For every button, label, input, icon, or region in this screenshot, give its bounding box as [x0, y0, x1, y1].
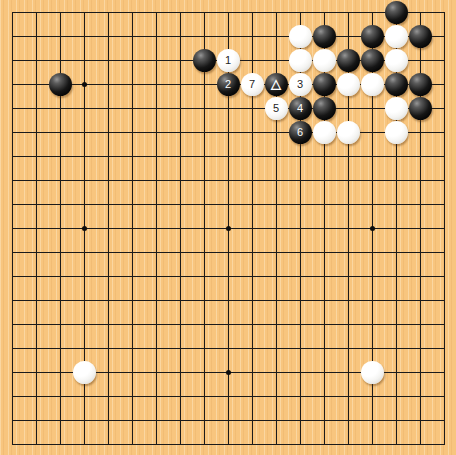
- stone-black-P17[interactable]: [337, 49, 360, 72]
- stone-black-M16[interactable]: △: [265, 73, 288, 96]
- point-M19[interactable]: [264, 0, 288, 24]
- point-T7[interactable]: [432, 288, 456, 312]
- point-E19[interactable]: [96, 0, 120, 24]
- point-E10[interactable]: [96, 216, 120, 240]
- point-O12[interactable]: [312, 168, 336, 192]
- point-J4[interactable]: [192, 360, 216, 384]
- point-R16[interactable]: [384, 72, 408, 96]
- point-Q8[interactable]: [360, 264, 384, 288]
- point-A1[interactable]: [0, 432, 24, 455]
- point-N6[interactable]: [288, 312, 312, 336]
- point-D9[interactable]: [72, 240, 96, 264]
- point-K8[interactable]: [216, 264, 240, 288]
- point-M2[interactable]: [264, 408, 288, 432]
- point-L1[interactable]: [240, 432, 264, 455]
- stone-black-O18[interactable]: [313, 25, 336, 48]
- point-E5[interactable]: [96, 336, 120, 360]
- point-D8[interactable]: [72, 264, 96, 288]
- point-F17[interactable]: [120, 48, 144, 72]
- point-T5[interactable]: [432, 336, 456, 360]
- point-O5[interactable]: [312, 336, 336, 360]
- point-A15[interactable]: [0, 96, 24, 120]
- point-B4[interactable]: [24, 360, 48, 384]
- point-T10[interactable]: [432, 216, 456, 240]
- point-T18[interactable]: [432, 24, 456, 48]
- point-T2[interactable]: [432, 408, 456, 432]
- point-L17[interactable]: [240, 48, 264, 72]
- point-Q1[interactable]: [360, 432, 384, 455]
- point-P17[interactable]: [336, 48, 360, 72]
- point-E12[interactable]: [96, 168, 120, 192]
- point-J16[interactable]: [192, 72, 216, 96]
- point-N12[interactable]: [288, 168, 312, 192]
- point-F11[interactable]: [120, 192, 144, 216]
- point-A13[interactable]: [0, 144, 24, 168]
- point-S10[interactable]: [408, 216, 432, 240]
- point-J14[interactable]: [192, 120, 216, 144]
- point-M15[interactable]: 5: [264, 96, 288, 120]
- point-D1[interactable]: [72, 432, 96, 455]
- point-F14[interactable]: [120, 120, 144, 144]
- point-K2[interactable]: [216, 408, 240, 432]
- point-Q11[interactable]: [360, 192, 384, 216]
- point-H19[interactable]: [168, 0, 192, 24]
- point-T4[interactable]: [432, 360, 456, 384]
- point-M18[interactable]: [264, 24, 288, 48]
- point-E11[interactable]: [96, 192, 120, 216]
- point-M14[interactable]: [264, 120, 288, 144]
- point-N16[interactable]: 3: [288, 72, 312, 96]
- point-S9[interactable]: [408, 240, 432, 264]
- point-J19[interactable]: [192, 0, 216, 24]
- point-L2[interactable]: [240, 408, 264, 432]
- point-L10[interactable]: [240, 216, 264, 240]
- point-G1[interactable]: [144, 432, 168, 455]
- point-L13[interactable]: [240, 144, 264, 168]
- stone-white-N16[interactable]: 3: [289, 73, 312, 96]
- stone-white-O17[interactable]: [313, 49, 336, 72]
- point-R5[interactable]: [384, 336, 408, 360]
- point-R17[interactable]: [384, 48, 408, 72]
- point-H16[interactable]: [168, 72, 192, 96]
- point-M12[interactable]: [264, 168, 288, 192]
- point-E7[interactable]: [96, 288, 120, 312]
- point-F4[interactable]: [120, 360, 144, 384]
- point-P16[interactable]: [336, 72, 360, 96]
- point-J7[interactable]: [192, 288, 216, 312]
- point-F18[interactable]: [120, 24, 144, 48]
- point-H8[interactable]: [168, 264, 192, 288]
- point-R8[interactable]: [384, 264, 408, 288]
- point-A14[interactable]: [0, 120, 24, 144]
- point-G9[interactable]: [144, 240, 168, 264]
- point-D2[interactable]: [72, 408, 96, 432]
- point-D3[interactable]: [72, 384, 96, 408]
- point-T3[interactable]: [432, 384, 456, 408]
- point-N15[interactable]: 4: [288, 96, 312, 120]
- point-D12[interactable]: [72, 168, 96, 192]
- point-E9[interactable]: [96, 240, 120, 264]
- point-Q17[interactable]: [360, 48, 384, 72]
- point-P12[interactable]: [336, 168, 360, 192]
- point-L3[interactable]: [240, 384, 264, 408]
- point-G18[interactable]: [144, 24, 168, 48]
- point-N1[interactable]: [288, 432, 312, 455]
- point-F6[interactable]: [120, 312, 144, 336]
- point-M13[interactable]: [264, 144, 288, 168]
- point-C9[interactable]: [48, 240, 72, 264]
- point-P11[interactable]: [336, 192, 360, 216]
- point-R2[interactable]: [384, 408, 408, 432]
- point-C18[interactable]: [48, 24, 72, 48]
- point-Q7[interactable]: [360, 288, 384, 312]
- point-B8[interactable]: [24, 264, 48, 288]
- point-M16[interactable]: △: [264, 72, 288, 96]
- stone-white-N17[interactable]: [289, 49, 312, 72]
- point-T1[interactable]: [432, 432, 456, 455]
- point-P6[interactable]: [336, 312, 360, 336]
- point-K7[interactable]: [216, 288, 240, 312]
- point-A17[interactable]: [0, 48, 24, 72]
- point-C6[interactable]: [48, 312, 72, 336]
- point-Q14[interactable]: [360, 120, 384, 144]
- point-N19[interactable]: [288, 0, 312, 24]
- point-Q10[interactable]: [360, 216, 384, 240]
- point-T9[interactable]: [432, 240, 456, 264]
- point-O14[interactable]: [312, 120, 336, 144]
- point-S11[interactable]: [408, 192, 432, 216]
- stone-black-R19[interactable]: [385, 1, 408, 24]
- stone-white-R14[interactable]: [385, 121, 408, 144]
- point-S5[interactable]: [408, 336, 432, 360]
- point-B7[interactable]: [24, 288, 48, 312]
- stone-white-L16[interactable]: 7: [241, 73, 264, 96]
- point-B19[interactable]: [24, 0, 48, 24]
- point-O10[interactable]: [312, 216, 336, 240]
- point-G19[interactable]: [144, 0, 168, 24]
- point-B16[interactable]: [24, 72, 48, 96]
- point-N2[interactable]: [288, 408, 312, 432]
- point-E15[interactable]: [96, 96, 120, 120]
- point-J18[interactable]: [192, 24, 216, 48]
- point-E17[interactable]: [96, 48, 120, 72]
- point-K16[interactable]: 2: [216, 72, 240, 96]
- stone-black-N15[interactable]: 4: [289, 97, 312, 120]
- point-O9[interactable]: [312, 240, 336, 264]
- point-L9[interactable]: [240, 240, 264, 264]
- point-R11[interactable]: [384, 192, 408, 216]
- point-Q3[interactable]: [360, 384, 384, 408]
- point-Q12[interactable]: [360, 168, 384, 192]
- stone-black-S18[interactable]: [409, 25, 432, 48]
- point-Q2[interactable]: [360, 408, 384, 432]
- point-F10[interactable]: [120, 216, 144, 240]
- point-T12[interactable]: [432, 168, 456, 192]
- point-P8[interactable]: [336, 264, 360, 288]
- point-Q4[interactable]: [360, 360, 384, 384]
- point-S7[interactable]: [408, 288, 432, 312]
- point-R4[interactable]: [384, 360, 408, 384]
- stone-white-K17[interactable]: 1: [217, 49, 240, 72]
- point-O7[interactable]: [312, 288, 336, 312]
- point-H3[interactable]: [168, 384, 192, 408]
- point-C2[interactable]: [48, 408, 72, 432]
- point-S15[interactable]: [408, 96, 432, 120]
- point-D17[interactable]: [72, 48, 96, 72]
- point-T16[interactable]: [432, 72, 456, 96]
- point-S16[interactable]: [408, 72, 432, 96]
- point-N13[interactable]: [288, 144, 312, 168]
- point-B18[interactable]: [24, 24, 48, 48]
- point-B10[interactable]: [24, 216, 48, 240]
- point-C16[interactable]: [48, 72, 72, 96]
- point-H13[interactable]: [168, 144, 192, 168]
- point-M7[interactable]: [264, 288, 288, 312]
- point-A2[interactable]: [0, 408, 24, 432]
- point-F3[interactable]: [120, 384, 144, 408]
- point-R18[interactable]: [384, 24, 408, 48]
- stone-white-R18[interactable]: [385, 25, 408, 48]
- point-N17[interactable]: [288, 48, 312, 72]
- point-C7[interactable]: [48, 288, 72, 312]
- point-C10[interactable]: [48, 216, 72, 240]
- point-D18[interactable]: [72, 24, 96, 48]
- point-P18[interactable]: [336, 24, 360, 48]
- point-S14[interactable]: [408, 120, 432, 144]
- point-N3[interactable]: [288, 384, 312, 408]
- point-C11[interactable]: [48, 192, 72, 216]
- point-O6[interactable]: [312, 312, 336, 336]
- point-Q13[interactable]: [360, 144, 384, 168]
- point-K3[interactable]: [216, 384, 240, 408]
- point-B3[interactable]: [24, 384, 48, 408]
- point-O17[interactable]: [312, 48, 336, 72]
- point-N18[interactable]: [288, 24, 312, 48]
- point-L7[interactable]: [240, 288, 264, 312]
- point-Q6[interactable]: [360, 312, 384, 336]
- point-C1[interactable]: [48, 432, 72, 455]
- point-S19[interactable]: [408, 0, 432, 24]
- point-L16[interactable]: 7: [240, 72, 264, 96]
- stone-white-D4[interactable]: [73, 361, 96, 384]
- point-T8[interactable]: [432, 264, 456, 288]
- point-A4[interactable]: [0, 360, 24, 384]
- point-A7[interactable]: [0, 288, 24, 312]
- point-L8[interactable]: [240, 264, 264, 288]
- point-H2[interactable]: [168, 408, 192, 432]
- point-J2[interactable]: [192, 408, 216, 432]
- point-T11[interactable]: [432, 192, 456, 216]
- point-R9[interactable]: [384, 240, 408, 264]
- point-F2[interactable]: [120, 408, 144, 432]
- point-K19[interactable]: [216, 0, 240, 24]
- point-J11[interactable]: [192, 192, 216, 216]
- point-H18[interactable]: [168, 24, 192, 48]
- stone-black-O15[interactable]: [313, 97, 336, 120]
- point-S3[interactable]: [408, 384, 432, 408]
- point-E18[interactable]: [96, 24, 120, 48]
- point-G7[interactable]: [144, 288, 168, 312]
- point-H5[interactable]: [168, 336, 192, 360]
- point-L14[interactable]: [240, 120, 264, 144]
- point-S6[interactable]: [408, 312, 432, 336]
- point-E2[interactable]: [96, 408, 120, 432]
- stone-black-Q18[interactable]: [361, 25, 384, 48]
- stone-white-Q4[interactable]: [361, 361, 384, 384]
- point-E4[interactable]: [96, 360, 120, 384]
- point-Q15[interactable]: [360, 96, 384, 120]
- point-F8[interactable]: [120, 264, 144, 288]
- point-S8[interactable]: [408, 264, 432, 288]
- point-M1[interactable]: [264, 432, 288, 455]
- point-R1[interactable]: [384, 432, 408, 455]
- point-O19[interactable]: [312, 0, 336, 24]
- stone-white-Q16[interactable]: [361, 73, 384, 96]
- point-S1[interactable]: [408, 432, 432, 455]
- stone-black-R16[interactable]: [385, 73, 408, 96]
- point-F9[interactable]: [120, 240, 144, 264]
- point-K9[interactable]: [216, 240, 240, 264]
- point-G16[interactable]: [144, 72, 168, 96]
- point-D13[interactable]: [72, 144, 96, 168]
- point-G5[interactable]: [144, 336, 168, 360]
- point-M11[interactable]: [264, 192, 288, 216]
- point-N14[interactable]: 6: [288, 120, 312, 144]
- point-M9[interactable]: [264, 240, 288, 264]
- point-A18[interactable]: [0, 24, 24, 48]
- point-O11[interactable]: [312, 192, 336, 216]
- point-R7[interactable]: [384, 288, 408, 312]
- point-L15[interactable]: [240, 96, 264, 120]
- stone-white-R17[interactable]: [385, 49, 408, 72]
- point-N5[interactable]: [288, 336, 312, 360]
- point-R13[interactable]: [384, 144, 408, 168]
- point-L11[interactable]: [240, 192, 264, 216]
- point-K6[interactable]: [216, 312, 240, 336]
- point-M8[interactable]: [264, 264, 288, 288]
- point-A11[interactable]: [0, 192, 24, 216]
- point-J9[interactable]: [192, 240, 216, 264]
- point-T17[interactable]: [432, 48, 456, 72]
- point-J12[interactable]: [192, 168, 216, 192]
- point-K4[interactable]: [216, 360, 240, 384]
- point-Q18[interactable]: [360, 24, 384, 48]
- point-F19[interactable]: [120, 0, 144, 24]
- point-G6[interactable]: [144, 312, 168, 336]
- point-E3[interactable]: [96, 384, 120, 408]
- point-R3[interactable]: [384, 384, 408, 408]
- point-B14[interactable]: [24, 120, 48, 144]
- point-Q16[interactable]: [360, 72, 384, 96]
- point-B9[interactable]: [24, 240, 48, 264]
- point-L12[interactable]: [240, 168, 264, 192]
- point-A6[interactable]: [0, 312, 24, 336]
- point-L4[interactable]: [240, 360, 264, 384]
- point-K5[interactable]: [216, 336, 240, 360]
- point-B15[interactable]: [24, 96, 48, 120]
- point-H7[interactable]: [168, 288, 192, 312]
- point-J3[interactable]: [192, 384, 216, 408]
- point-K17[interactable]: 1: [216, 48, 240, 72]
- point-G11[interactable]: [144, 192, 168, 216]
- point-H15[interactable]: [168, 96, 192, 120]
- point-H14[interactable]: [168, 120, 192, 144]
- stone-white-P14[interactable]: [337, 121, 360, 144]
- point-P13[interactable]: [336, 144, 360, 168]
- point-K13[interactable]: [216, 144, 240, 168]
- point-N7[interactable]: [288, 288, 312, 312]
- point-H12[interactable]: [168, 168, 192, 192]
- point-P15[interactable]: [336, 96, 360, 120]
- point-P14[interactable]: [336, 120, 360, 144]
- stone-black-S15[interactable]: [409, 97, 432, 120]
- point-F16[interactable]: [120, 72, 144, 96]
- point-L18[interactable]: [240, 24, 264, 48]
- point-A12[interactable]: [0, 168, 24, 192]
- point-M5[interactable]: [264, 336, 288, 360]
- point-B11[interactable]: [24, 192, 48, 216]
- point-L5[interactable]: [240, 336, 264, 360]
- point-F13[interactable]: [120, 144, 144, 168]
- point-L19[interactable]: [240, 0, 264, 24]
- point-J5[interactable]: [192, 336, 216, 360]
- point-G10[interactable]: [144, 216, 168, 240]
- point-G8[interactable]: [144, 264, 168, 288]
- point-B2[interactable]: [24, 408, 48, 432]
- point-E8[interactable]: [96, 264, 120, 288]
- point-O1[interactable]: [312, 432, 336, 455]
- point-Q19[interactable]: [360, 0, 384, 24]
- point-A9[interactable]: [0, 240, 24, 264]
- point-A19[interactable]: [0, 0, 24, 24]
- point-R12[interactable]: [384, 168, 408, 192]
- point-T13[interactable]: [432, 144, 456, 168]
- point-F5[interactable]: [120, 336, 144, 360]
- stone-white-N18[interactable]: [289, 25, 312, 48]
- point-K14[interactable]: [216, 120, 240, 144]
- point-G15[interactable]: [144, 96, 168, 120]
- point-P7[interactable]: [336, 288, 360, 312]
- point-K18[interactable]: [216, 24, 240, 48]
- point-D6[interactable]: [72, 312, 96, 336]
- point-J13[interactable]: [192, 144, 216, 168]
- point-A8[interactable]: [0, 264, 24, 288]
- point-P19[interactable]: [336, 0, 360, 24]
- point-A3[interactable]: [0, 384, 24, 408]
- point-E16[interactable]: [96, 72, 120, 96]
- point-L6[interactable]: [240, 312, 264, 336]
- point-P5[interactable]: [336, 336, 360, 360]
- point-M17[interactable]: [264, 48, 288, 72]
- point-R6[interactable]: [384, 312, 408, 336]
- point-G4[interactable]: [144, 360, 168, 384]
- point-E14[interactable]: [96, 120, 120, 144]
- point-K11[interactable]: [216, 192, 240, 216]
- point-C14[interactable]: [48, 120, 72, 144]
- point-D15[interactable]: [72, 96, 96, 120]
- point-D11[interactable]: [72, 192, 96, 216]
- point-O2[interactable]: [312, 408, 336, 432]
- stone-black-S16[interactable]: [409, 73, 432, 96]
- point-D4[interactable]: [72, 360, 96, 384]
- point-S18[interactable]: [408, 24, 432, 48]
- point-B12[interactable]: [24, 168, 48, 192]
- point-B13[interactable]: [24, 144, 48, 168]
- stone-black-Q17[interactable]: [361, 49, 384, 72]
- stone-black-C16[interactable]: [49, 73, 72, 96]
- point-E13[interactable]: [96, 144, 120, 168]
- point-O3[interactable]: [312, 384, 336, 408]
